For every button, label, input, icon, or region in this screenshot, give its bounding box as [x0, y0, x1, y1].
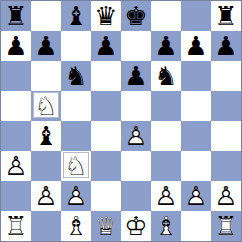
knight-outline-glyph: ♘ [31, 91, 61, 121]
square-h5[interactable] [211, 91, 241, 121]
square-b3[interactable] [31, 151, 61, 181]
bishop-outline-glyph: ♗ [61, 211, 91, 241]
white-king-piece[interactable]: ♚♔ [121, 211, 151, 241]
square-f3[interactable] [151, 151, 181, 181]
square-a7[interactable]: ♟ [1, 31, 31, 61]
black-pawn-piece[interactable]: ♟ [1, 31, 31, 61]
pawn-outline-glyph: ♙ [31, 181, 61, 211]
white-bishop-piece[interactable]: ♝♗ [61, 211, 91, 241]
pawn-glyph: ♟ [151, 31, 181, 61]
pawn-glyph: ♟ [181, 31, 211, 61]
white-pawn-piece[interactable]: ♟♙ [61, 181, 91, 211]
square-f5[interactable] [151, 91, 181, 121]
rook-outline-glyph: ♖ [1, 211, 31, 241]
square-a4[interactable] [1, 121, 31, 151]
black-pawn-piece[interactable]: ♟ [151, 31, 181, 61]
pawn-outline-glyph: ♙ [181, 181, 211, 211]
black-bishop-piece[interactable]: ♝ [61, 1, 91, 31]
pawn-glyph: ♟ [1, 31, 31, 61]
square-b4[interactable]: ♝ [31, 121, 61, 151]
square-d6[interactable] [91, 61, 121, 91]
square-c5[interactable] [61, 91, 91, 121]
pawn-glyph: ♟ [211, 31, 241, 61]
square-c8[interactable]: ♝ [61, 1, 91, 31]
black-pawn-piece[interactable]: ♟ [181, 31, 211, 61]
square-b8[interactable] [31, 1, 61, 31]
square-f2[interactable]: ♟♙ [151, 181, 181, 211]
square-b6[interactable] [31, 61, 61, 91]
square-g5[interactable] [181, 91, 211, 121]
square-d5[interactable] [91, 91, 121, 121]
square-h3[interactable] [211, 151, 241, 181]
knight-glyph: ♞ [151, 61, 181, 91]
knight-outline-glyph: ♘ [61, 151, 91, 181]
black-rook-piece[interactable]: ♜ [211, 1, 241, 31]
square-h2[interactable]: ♟♙ [211, 181, 241, 211]
square-d4[interactable] [91, 121, 121, 151]
white-bishop-piece[interactable]: ♝♗ [151, 211, 181, 241]
black-pawn-piece[interactable]: ♟ [91, 31, 121, 61]
queen-glyph: ♛ [91, 1, 121, 31]
square-c1[interactable]: ♝♗ [61, 211, 91, 241]
black-king-piece[interactable]: ♚ [121, 1, 151, 31]
pawn-outline-glyph: ♙ [211, 181, 241, 211]
black-rook-piece[interactable]: ♜ [1, 1, 31, 31]
white-pawn-piece[interactable]: ♟♙ [211, 181, 241, 211]
black-knight-piece[interactable]: ♞ [61, 61, 91, 91]
square-g4[interactable] [181, 121, 211, 151]
square-g8[interactable] [181, 1, 211, 31]
square-c2[interactable]: ♟♙ [61, 181, 91, 211]
square-e7[interactable] [121, 31, 151, 61]
square-a5[interactable] [1, 91, 31, 121]
square-h1[interactable]: ♜♖ [211, 211, 241, 241]
square-b7[interactable]: ♟ [31, 31, 61, 61]
pawn-outline-glyph: ♙ [151, 181, 181, 211]
queen-outline-glyph: ♕ [91, 211, 121, 241]
square-g3[interactable] [181, 151, 211, 181]
square-e6[interactable]: ♟ [121, 61, 151, 91]
white-pawn-piece[interactable]: ♟♙ [121, 121, 151, 151]
rook-glyph: ♜ [211, 1, 241, 31]
pawn-outline-glyph: ♙ [61, 181, 91, 211]
square-f6[interactable]: ♞ [151, 61, 181, 91]
square-e1[interactable]: ♚♔ [121, 211, 151, 241]
square-g2[interactable]: ♟♙ [181, 181, 211, 211]
square-c7[interactable] [61, 31, 91, 61]
square-c6[interactable]: ♞ [61, 61, 91, 91]
chess-board: ♜♝♛♚♜♟♟♟♟♟♟♞♟♞♞♘♝♟♙♟♙♞♘♟♙♟♙♟♙♟♙♟♙♜♖♝♗♛♕♚… [0, 0, 242, 242]
white-queen-piece[interactable]: ♛♕ [91, 211, 121, 241]
black-knight-piece[interactable]: ♞ [151, 61, 181, 91]
bishop-outline-glyph: ♗ [151, 211, 181, 241]
square-h6[interactable] [211, 61, 241, 91]
square-a3[interactable]: ♟♙ [1, 151, 31, 181]
black-bishop-piece[interactable]: ♝ [31, 121, 61, 151]
square-h8[interactable]: ♜ [211, 1, 241, 31]
square-e8[interactable]: ♚ [121, 1, 151, 31]
rook-outline-glyph: ♖ [211, 211, 241, 241]
square-f7[interactable]: ♟ [151, 31, 181, 61]
square-b2[interactable]: ♟♙ [31, 181, 61, 211]
white-pawn-piece[interactable]: ♟♙ [181, 181, 211, 211]
square-a6[interactable] [1, 61, 31, 91]
square-d7[interactable]: ♟ [91, 31, 121, 61]
square-e2[interactable] [121, 181, 151, 211]
pawn-glyph: ♟ [121, 61, 151, 91]
rook-glyph: ♜ [1, 1, 31, 31]
bishop-glyph: ♝ [61, 1, 91, 31]
square-a2[interactable] [1, 181, 31, 211]
square-h4[interactable] [211, 121, 241, 151]
white-pawn-piece[interactable]: ♟♙ [1, 151, 31, 181]
square-d3[interactable] [91, 151, 121, 181]
square-d2[interactable] [91, 181, 121, 211]
king-outline-glyph: ♔ [121, 211, 151, 241]
black-pawn-piece[interactable]: ♟ [211, 31, 241, 61]
square-c3[interactable]: ♞♘ [61, 151, 91, 181]
square-c4[interactable] [61, 121, 91, 151]
king-glyph: ♚ [121, 1, 151, 31]
square-a8[interactable]: ♜ [1, 1, 31, 31]
square-e4[interactable]: ♟♙ [121, 121, 151, 151]
white-knight-piece[interactable]: ♞♘ [31, 91, 61, 121]
square-f4[interactable] [151, 121, 181, 151]
square-a1[interactable]: ♜♖ [1, 211, 31, 241]
white-pawn-piece[interactable]: ♟♙ [151, 181, 181, 211]
black-queen-piece[interactable]: ♛ [91, 1, 121, 31]
square-g6[interactable] [181, 61, 211, 91]
black-pawn-piece[interactable]: ♟ [121, 61, 151, 91]
white-rook-piece[interactable]: ♜♖ [1, 211, 31, 241]
white-pawn-piece[interactable]: ♟♙ [31, 181, 61, 211]
square-e5[interactable] [121, 91, 151, 121]
pawn-glyph: ♟ [91, 31, 121, 61]
square-h7[interactable]: ♟ [211, 31, 241, 61]
pawn-glyph: ♟ [31, 31, 61, 61]
white-knight-piece[interactable]: ♞♘ [61, 151, 91, 181]
square-f8[interactable] [151, 1, 181, 31]
pawn-outline-glyph: ♙ [121, 121, 151, 151]
square-f1[interactable]: ♝♗ [151, 211, 181, 241]
square-d8[interactable]: ♛ [91, 1, 121, 31]
square-g7[interactable]: ♟ [181, 31, 211, 61]
white-rook-piece[interactable]: ♜♖ [211, 211, 241, 241]
square-b1[interactable] [31, 211, 61, 241]
square-e3[interactable] [121, 151, 151, 181]
square-g1[interactable] [181, 211, 211, 241]
square-b5[interactable]: ♞♘ [31, 91, 61, 121]
pawn-outline-glyph: ♙ [1, 151, 31, 181]
black-pawn-piece[interactable]: ♟ [31, 31, 61, 61]
square-d1[interactable]: ♛♕ [91, 211, 121, 241]
bishop-glyph: ♝ [31, 121, 61, 151]
knight-glyph: ♞ [61, 61, 91, 91]
